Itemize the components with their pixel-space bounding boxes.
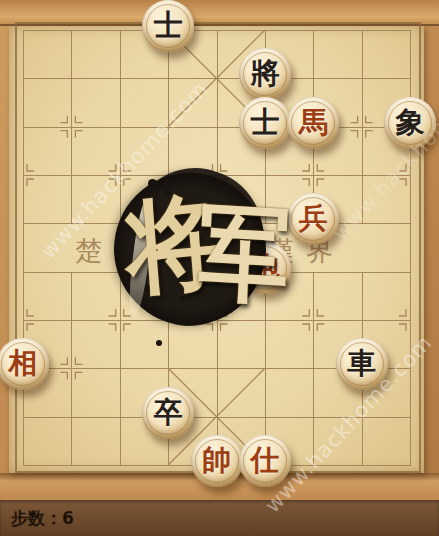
piece-glyph: 士 — [142, 0, 194, 52]
piece-red-horse[interactable]: 馬 — [287, 97, 339, 149]
piece-glyph: 士 — [239, 97, 291, 149]
piece-glyph: 將 — [239, 48, 291, 100]
piece-glyph: 相 — [0, 338, 49, 390]
piece-glyph: 仕 — [239, 435, 291, 487]
piece-glyph: 馬 — [287, 97, 339, 149]
piece-red-soldier[interactable]: 兵 — [287, 193, 339, 245]
piece-glyph: 車 — [336, 338, 388, 390]
status-bar: 步数：6 — [0, 500, 439, 536]
piece-black-chariot[interactable]: 車 — [336, 338, 388, 390]
piece-glyph: 兵 — [287, 193, 339, 245]
piece-red-advisor[interactable]: 仕 — [239, 435, 291, 487]
piece-red-general[interactable]: 帥 — [191, 435, 243, 487]
logo-char-right: 军 — [196, 200, 293, 308]
piece-glyph: 象 — [384, 97, 436, 149]
piece-black-elephant[interactable]: 象 — [384, 97, 436, 149]
steps-label: 步数： — [11, 507, 62, 530]
piece-glyph: 帥 — [191, 435, 243, 487]
game-screen: 楚河 漢界 士將士馬象兵炮相車卒帥仕 将 军 www.hackhome.com … — [0, 0, 439, 536]
piece-black-advisor-2[interactable]: 士 — [239, 97, 291, 149]
piece-red-elephant[interactable]: 相 — [0, 338, 49, 390]
steps-value: 6 — [62, 508, 74, 528]
piece-black-soldier[interactable]: 卒 — [142, 387, 194, 439]
piece-glyph: 卒 — [142, 387, 194, 439]
piece-black-advisor-1[interactable]: 士 — [142, 0, 194, 52]
piece-black-general[interactable]: 將 — [239, 48, 291, 100]
ink-dot-icon — [156, 340, 162, 346]
